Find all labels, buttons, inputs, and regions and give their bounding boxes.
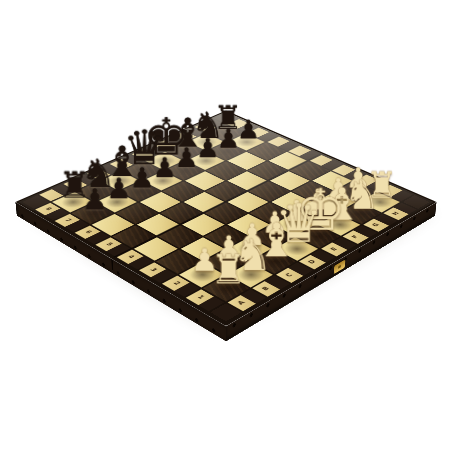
coordinate-dark-cell (240, 289, 266, 304)
rank-label-7: 7 (63, 218, 72, 222)
rank-label-3: 3 (148, 267, 157, 272)
white-rook-piece: ♜ (192, 251, 264, 290)
file-label-A: A (237, 300, 247, 306)
rank-label-1: 1 (195, 294, 205, 299)
product-photo-scene: 8♜♞♝♛♚♝♞♜7♟♟♟♟♟♟♟♟65432♟♟♟♟♟♟♟♟1♜♞♝♛♚♝♞♜… (0, 0, 450, 450)
chess-board: 8♜♞♝♛♚♝♞♜7♟♟♟♟♟♟♟♟65432♟♟♟♟♟♟♟♟1♜♞♝♛♚♝♞♜… (15, 111, 436, 327)
black-pawn-piece: ♟ (62, 187, 127, 214)
rank-label-6: 6 (83, 230, 92, 235)
rank-label-8: 8 (43, 207, 52, 211)
rank-label-2: 2 (171, 281, 180, 286)
rank-label-4: 4 (126, 254, 135, 259)
rank-label-5: 5 (104, 242, 113, 247)
fold-seam-notch (111, 259, 113, 271)
